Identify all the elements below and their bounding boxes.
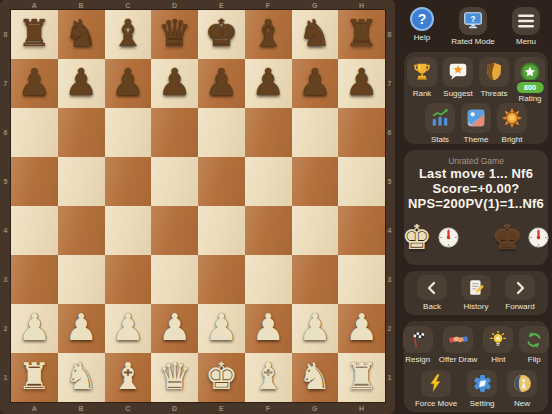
square-c7[interactable]: ♟ [105, 59, 152, 108]
hint-label: Hint [491, 355, 505, 364]
rank-label-5: 5 [0, 157, 11, 206]
square-e8[interactable]: ♚ [198, 10, 245, 59]
black-king-icon: ♚ [492, 220, 522, 254]
white-clock-group: ♚ [402, 220, 460, 254]
square-g6[interactable] [292, 108, 339, 157]
force-move-button[interactable]: Force Move [415, 370, 457, 408]
tool-card: Rank Suggest [404, 52, 548, 144]
rated-mode-button[interactable]: ? Rated Mode [451, 7, 495, 46]
rating-button[interactable]: 800 Rating [515, 57, 545, 103]
black-pawn: ♟ [252, 64, 285, 101]
file-label-b: B [58, 0, 105, 10]
rank-label-8: 8 [384, 10, 395, 59]
file-label-d: D [151, 402, 198, 414]
black-pawn: ♟ [158, 64, 191, 101]
file-label-g: G [292, 402, 339, 414]
trophy-icon [411, 61, 433, 83]
file-labels-bottom: ABCDEFGH [11, 402, 385, 414]
rank-button[interactable]: Rank [407, 57, 437, 103]
square-c3[interactable] [105, 255, 152, 304]
action-card: Resign Offer Draw [404, 321, 548, 412]
file-label-f: F [245, 402, 292, 414]
help-label: Help [414, 33, 430, 42]
black-stopwatch-icon [527, 226, 550, 249]
file-label-f: F [245, 0, 292, 10]
rank-label-6: 6 [0, 108, 11, 157]
square-h8[interactable]: ♜ [338, 10, 385, 59]
side-panel: ? Help ? Rated Mode [395, 0, 552, 414]
square-h2[interactable]: ♟ [338, 304, 385, 353]
chess-app: ABCDEFGH ABCDEFGH 87654321 87654321 ♜♞♝♛… [0, 0, 552, 414]
black-knight: ♞ [298, 15, 331, 52]
forward-label: Forward [505, 302, 534, 311]
file-label-h: H [338, 0, 385, 10]
offer-draw-label: Offer Draw [439, 355, 478, 364]
hamburger-menu-icon [517, 13, 535, 29]
white-bishop: ♝ [252, 358, 285, 395]
force-move-label: Force Move [415, 399, 457, 408]
square-g8[interactable]: ♞ [292, 10, 339, 59]
file-label-d: D [151, 0, 198, 10]
bar-chart-icon [429, 107, 451, 129]
square-h3[interactable] [338, 255, 385, 304]
square-g5[interactable] [292, 157, 339, 206]
resign-button[interactable]: Resign [403, 326, 433, 364]
handshake-icon [448, 329, 469, 350]
flip-label: Flip [528, 355, 541, 364]
square-c5[interactable] [105, 157, 152, 206]
file-label-e: E [198, 402, 245, 414]
file-label-c: C [105, 402, 152, 414]
square-f2[interactable]: ♟ [245, 304, 292, 353]
black-pawn: ♟ [65, 64, 98, 101]
square-b2[interactable]: ♟ [58, 304, 105, 353]
top-button-row: ? Help ? Rated Mode [404, 5, 548, 46]
white-king-icon: ♚ [402, 220, 432, 254]
square-a7[interactable]: ♟ [11, 59, 58, 108]
square-e2[interactable]: ♟ [198, 304, 245, 353]
square-c8[interactable]: ♝ [105, 10, 152, 59]
white-pawn: ♟ [158, 309, 191, 346]
help-button[interactable]: ? Help [410, 7, 434, 46]
square-d4[interactable] [151, 206, 198, 255]
rated-mode-label: Rated Mode [451, 37, 495, 46]
square-e4[interactable] [198, 206, 245, 255]
square-a5[interactable] [11, 157, 58, 206]
rank-label-6: 6 [384, 108, 395, 157]
checkered-flag-icon [408, 330, 428, 350]
file-label-h: H [338, 402, 385, 414]
help-icon: ? [410, 7, 434, 31]
board-grid: ♜♞♝♛♚♝♞♜♟♟♟♟♟♟♟♟♟♟♟♟♟♟♟♟♜♞♝♛♚♝♞♜ [11, 10, 385, 402]
back-button[interactable]: Back [417, 275, 447, 311]
suggest-label: Suggest [443, 89, 472, 98]
chevron-left-icon [424, 280, 440, 296]
game-status: Unrated Game [408, 156, 544, 166]
square-a1[interactable]: ♜ [11, 353, 58, 402]
black-rook: ♜ [345, 15, 378, 52]
black-pawn: ♟ [345, 64, 378, 101]
rank-label-1: 1 [0, 353, 11, 402]
square-a4[interactable] [11, 206, 58, 255]
black-pawn: ♟ [18, 64, 51, 101]
square-d1[interactable]: ♛ [151, 353, 198, 402]
info-card: Unrated Game Last move 1... Nf6 Score=+0… [404, 150, 548, 265]
file-labels-top: ABCDEFGH [11, 0, 385, 10]
menu-label: Menu [516, 37, 536, 46]
rank-label: Rank [413, 89, 432, 98]
rating-badge: 800 [515, 80, 546, 95]
rating-label: Rating [518, 94, 541, 103]
rank-label-8: 8 [0, 10, 11, 59]
speech-bubble-star-icon [447, 61, 469, 83]
black-bishop: ♝ [111, 15, 144, 52]
flip-button[interactable]: Flip [519, 326, 549, 364]
white-knight: ♞ [65, 358, 98, 395]
black-pawn: ♟ [298, 64, 331, 101]
threats-button[interactable]: Threats [479, 57, 509, 103]
black-clock-group: ♚ [492, 220, 550, 254]
white-stopwatch-icon [437, 226, 460, 249]
square-f8[interactable]: ♝ [245, 10, 292, 59]
lightbulb-icon [488, 330, 508, 350]
clock-row: ♚ ♚ [408, 220, 544, 254]
square-h7[interactable]: ♟ [338, 59, 385, 108]
lightning-bolt-icon [426, 373, 446, 393]
white-king: ♚ [205, 358, 238, 395]
rank-label-4: 4 [384, 206, 395, 255]
stats-label: Stats [431, 135, 449, 144]
threats-label: Threats [480, 89, 507, 98]
rank-labels-right: 87654321 [384, 10, 395, 402]
square-e5[interactable] [198, 157, 245, 206]
square-d6[interactable] [151, 108, 198, 157]
gear-wrench-icon [472, 373, 493, 394]
square-g3[interactable] [292, 255, 339, 304]
file-label-b: B [58, 402, 105, 414]
square-e7[interactable]: ♟ [198, 59, 245, 108]
square-h4[interactable] [338, 206, 385, 255]
history-button[interactable]: History [461, 275, 491, 311]
square-g2[interactable]: ♟ [292, 304, 339, 353]
bright-button[interactable]: Bright [497, 103, 527, 144]
square-h1[interactable]: ♜ [338, 353, 385, 402]
white-queen: ♛ [158, 358, 191, 395]
back-label: Back [423, 302, 441, 311]
square-a3[interactable] [11, 255, 58, 304]
rank-label-7: 7 [384, 59, 395, 108]
square-d3[interactable] [151, 255, 198, 304]
circular-arrows-icon [524, 330, 544, 350]
white-rook: ♜ [18, 358, 51, 395]
document-pencil-icon [466, 278, 486, 298]
square-b5[interactable] [58, 157, 105, 206]
new-button[interactable]: New [507, 370, 537, 408]
square-f6[interactable] [245, 108, 292, 157]
offer-draw-button[interactable]: Offer Draw [439, 326, 478, 364]
square-d5[interactable] [151, 157, 198, 206]
black-pawn: ♟ [205, 64, 238, 101]
setting-button[interactable]: Setting [467, 370, 497, 408]
square-b4[interactable] [58, 206, 105, 255]
square-c6[interactable] [105, 108, 152, 157]
rank-label-2: 2 [0, 304, 11, 353]
chess-board: ABCDEFGH ABCDEFGH 87654321 87654321 ♜♞♝♛… [0, 0, 395, 414]
file-label-a: A [11, 0, 58, 10]
square-b8[interactable]: ♞ [58, 10, 105, 59]
square-h6[interactable] [338, 108, 385, 157]
rank-label-3: 3 [0, 255, 11, 304]
black-pawn: ♟ [111, 64, 144, 101]
white-knight: ♞ [298, 358, 331, 395]
monitor-question-icon: ? [462, 10, 484, 32]
black-knight: ♞ [65, 15, 98, 52]
square-a2[interactable]: ♟ [11, 304, 58, 353]
square-e3[interactable] [198, 255, 245, 304]
rank-label-7: 7 [0, 59, 11, 108]
suggest-button[interactable]: Suggest [443, 57, 473, 103]
svg-text:?: ? [470, 15, 475, 24]
rank-label-3: 3 [384, 255, 395, 304]
square-h5[interactable] [338, 157, 385, 206]
white-pawn: ♟ [205, 309, 238, 346]
setting-label: Setting [470, 399, 495, 408]
square-f4[interactable] [245, 206, 292, 255]
square-d2[interactable]: ♟ [151, 304, 198, 353]
square-b7[interactable]: ♟ [58, 59, 105, 108]
new-label: New [514, 399, 530, 408]
square-f7[interactable]: ♟ [245, 59, 292, 108]
square-b3[interactable] [58, 255, 105, 304]
menu-button[interactable]: Menu [512, 7, 540, 46]
black-king: ♚ [205, 15, 238, 52]
black-rook: ♜ [18, 15, 51, 52]
resign-label: Resign [405, 355, 430, 364]
shield-icon [483, 61, 505, 83]
square-d7[interactable]: ♟ [151, 59, 198, 108]
white-pawn: ♟ [298, 309, 331, 346]
rank-label-5: 5 [384, 157, 395, 206]
theme-button[interactable]: Theme [461, 103, 491, 144]
theme-label: Theme [464, 135, 489, 144]
rank-label-4: 4 [0, 206, 11, 255]
last-move-text: Last move 1... Nf6 [408, 166, 544, 181]
square-d8[interactable]: ♛ [151, 10, 198, 59]
square-c4[interactable] [105, 206, 152, 255]
chevron-right-icon [512, 280, 528, 296]
stats-button[interactable]: Stats [425, 103, 455, 144]
score-text: Score=+0.00? [408, 181, 544, 196]
white-rook: ♜ [345, 358, 378, 395]
bright-label: Bright [502, 135, 523, 144]
square-b1[interactable]: ♞ [58, 353, 105, 402]
white-pawn: ♟ [345, 309, 378, 346]
square-g7[interactable]: ♟ [292, 59, 339, 108]
square-g4[interactable] [292, 206, 339, 255]
white-pawn: ♟ [18, 309, 51, 346]
black-bishop: ♝ [252, 15, 285, 52]
rank-label-2: 2 [384, 304, 395, 353]
file-label-c: C [105, 0, 152, 10]
square-f3[interactable] [245, 255, 292, 304]
square-c1[interactable]: ♝ [105, 353, 152, 402]
white-bishop: ♝ [111, 358, 144, 395]
new-game-moon-icon [512, 373, 533, 394]
white-pawn: ♟ [252, 309, 285, 346]
hint-button[interactable]: Hint [483, 326, 513, 364]
white-pawn: ♟ [111, 309, 144, 346]
history-label: History [464, 302, 489, 311]
file-label-a: A [11, 402, 58, 414]
file-label-e: E [198, 0, 245, 10]
nps-text: NPS=200PV(1)=1..Nf6 [408, 196, 544, 211]
square-f1[interactable]: ♝ [245, 353, 292, 402]
forward-button[interactable]: Forward [505, 275, 535, 311]
square-b6[interactable] [58, 108, 105, 157]
rank-label-1: 1 [384, 353, 395, 402]
black-queen: ♛ [158, 15, 191, 52]
square-g1[interactable]: ♞ [292, 353, 339, 402]
rank-labels-left: 87654321 [0, 10, 11, 402]
square-f5[interactable] [245, 157, 292, 206]
sun-icon [501, 107, 523, 129]
nav-card: Back History [404, 271, 548, 315]
file-label-g: G [292, 0, 339, 10]
picture-icon [465, 107, 487, 129]
square-a6[interactable] [11, 108, 58, 157]
white-pawn: ♟ [65, 309, 98, 346]
square-e1[interactable]: ♚ [198, 353, 245, 402]
square-e6[interactable] [198, 108, 245, 157]
square-c2[interactable]: ♟ [105, 304, 152, 353]
square-a8[interactable]: ♜ [11, 10, 58, 59]
